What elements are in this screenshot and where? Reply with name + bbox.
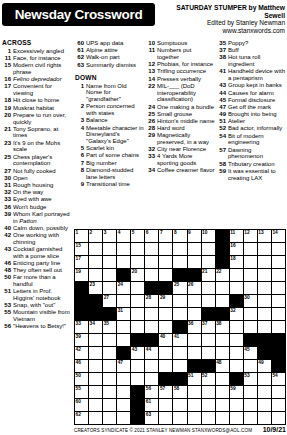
grid-cell[interactable] bbox=[216, 412, 229, 424]
clue: 48They often sell out bbox=[2, 267, 72, 274]
grid-cell[interactable]: 47 bbox=[117, 360, 130, 372]
grid-cell[interactable] bbox=[103, 360, 116, 372]
grid-cell[interactable] bbox=[117, 321, 130, 333]
grid-cell[interactable] bbox=[216, 373, 229, 385]
grid-cell[interactable] bbox=[173, 256, 186, 268]
cell-number: 44 bbox=[146, 347, 151, 352]
clue-number: 42 bbox=[2, 232, 13, 246]
clue: 31Rough housing bbox=[2, 182, 72, 189]
black-cell bbox=[230, 295, 243, 307]
grid-cell[interactable]: 60 bbox=[75, 399, 88, 411]
grid-cell[interactable]: 17 bbox=[75, 256, 88, 268]
grid-cell[interactable] bbox=[117, 256, 130, 268]
grid-cell[interactable] bbox=[131, 243, 144, 255]
grid-cell[interactable]: 27 bbox=[103, 295, 116, 307]
grid-cell[interactable] bbox=[244, 412, 257, 424]
clue: 26Hinton's middle name bbox=[146, 118, 215, 125]
cell-number: 35 bbox=[104, 321, 109, 326]
cell-number: 50 bbox=[76, 373, 81, 378]
clue-number: 53 bbox=[2, 302, 13, 309]
black-cell bbox=[216, 230, 229, 242]
clue: 18Hit close to home bbox=[2, 97, 72, 104]
grid-cell[interactable] bbox=[258, 386, 271, 398]
editor-line: Edited by Stanley Newman bbox=[156, 19, 285, 27]
grid-cell[interactable]: 6 bbox=[145, 230, 158, 242]
grid-cell[interactable] bbox=[117, 373, 130, 385]
grid-cell[interactable] bbox=[103, 282, 116, 294]
grid-cell[interactable]: 3 bbox=[103, 230, 116, 242]
clue-text: Snap, with "out" bbox=[13, 302, 72, 309]
clue: 23It's 9 on the Mohs scale bbox=[2, 140, 72, 154]
grid-cell[interactable]: 49 bbox=[258, 360, 271, 372]
grid-cell[interactable] bbox=[272, 399, 285, 411]
clue: 49Brought into being bbox=[217, 111, 287, 118]
grid-cell[interactable] bbox=[89, 269, 102, 281]
grid-cell[interactable] bbox=[159, 360, 172, 372]
grid-cell[interactable] bbox=[173, 360, 186, 372]
grid-cell[interactable] bbox=[103, 399, 116, 411]
cell-number: 31 bbox=[118, 308, 123, 313]
grid-cell[interactable]: 16 bbox=[230, 243, 243, 255]
grid-cell[interactable] bbox=[272, 386, 285, 398]
grid-cell[interactable] bbox=[258, 321, 271, 333]
grid-cell[interactable] bbox=[103, 256, 116, 268]
clue-number: 54 bbox=[217, 133, 228, 147]
clue: 45Formal disclosure bbox=[217, 97, 287, 104]
clue: 36Won't budge bbox=[2, 204, 72, 211]
grid-cell[interactable] bbox=[145, 269, 158, 281]
grid-cell[interactable] bbox=[258, 399, 271, 411]
grid-cell[interactable] bbox=[131, 282, 144, 294]
grid-cell[interactable] bbox=[272, 243, 285, 255]
clue-number: 43 bbox=[217, 82, 228, 89]
grid-cell[interactable] bbox=[216, 386, 229, 398]
grid-cell[interactable] bbox=[258, 373, 271, 385]
clue: 25Chess player's contemplation bbox=[2, 154, 72, 168]
grid-cell[interactable] bbox=[131, 360, 144, 372]
clue-number: 16 bbox=[2, 76, 13, 83]
clue-text: Big number bbox=[86, 160, 144, 167]
grid-cell[interactable]: 33 bbox=[75, 321, 88, 333]
grid-cell[interactable] bbox=[173, 347, 186, 359]
grid-cell[interactable]: 51 bbox=[188, 373, 201, 385]
grid-cell[interactable] bbox=[272, 412, 285, 424]
grid-cell[interactable] bbox=[258, 412, 271, 424]
black-cell bbox=[145, 334, 158, 346]
clue: 2Person concerned with states bbox=[75, 103, 144, 117]
grid-cell[interactable] bbox=[103, 243, 116, 255]
grid-cell[interactable] bbox=[202, 243, 215, 255]
grid-cell[interactable] bbox=[258, 243, 271, 255]
grid-cell[interactable]: 44 bbox=[145, 347, 158, 359]
grid-cell[interactable]: 50 bbox=[75, 373, 88, 385]
cell-number: 34 bbox=[90, 321, 95, 326]
clue: 12Phobias, for instance bbox=[146, 61, 215, 68]
clue-number: 38 bbox=[217, 54, 228, 68]
website-url: www.stanxwords.com bbox=[156, 27, 285, 35]
cell-number: 58 bbox=[174, 386, 179, 391]
grid-cell[interactable]: 25 bbox=[173, 282, 186, 294]
clue-text: Modern civil rights phrase bbox=[13, 62, 72, 76]
clue-number: 44 bbox=[217, 90, 228, 97]
grid-cell[interactable]: 21 bbox=[202, 269, 215, 281]
grid-cell[interactable] bbox=[230, 334, 243, 346]
grid-cell[interactable] bbox=[188, 256, 201, 268]
grid-cell[interactable] bbox=[103, 347, 116, 359]
grid-cell[interactable]: 46 bbox=[75, 360, 88, 372]
grid-cell[interactable] bbox=[103, 373, 116, 385]
grid-cell[interactable]: 59 bbox=[230, 386, 243, 398]
grid-cell[interactable] bbox=[159, 321, 172, 333]
clue-number: 29 bbox=[146, 132, 157, 146]
grid-cell[interactable] bbox=[103, 412, 116, 424]
grid-cell[interactable] bbox=[117, 334, 130, 346]
grid-cell[interactable] bbox=[216, 347, 229, 359]
grid-cell[interactable]: 38 bbox=[216, 321, 229, 333]
clue-number: 36 bbox=[2, 204, 13, 211]
clue: 50Far more than a handful bbox=[2, 274, 72, 288]
grid-cell[interactable] bbox=[202, 412, 215, 424]
clue-text: Magnetically preserved, in a way bbox=[157, 132, 215, 146]
grid-cell[interactable] bbox=[272, 308, 285, 320]
clue-text: Excessively angled bbox=[13, 48, 72, 55]
grid-cell[interactable] bbox=[188, 412, 201, 424]
grid-cell[interactable] bbox=[173, 243, 186, 255]
grid-cell[interactable] bbox=[216, 282, 229, 294]
grid-cell[interactable] bbox=[258, 282, 271, 294]
grid-cell[interactable]: 53 bbox=[244, 373, 257, 385]
cell-number: 43 bbox=[132, 347, 137, 352]
grid-cell[interactable]: 31 bbox=[117, 308, 130, 320]
clue-number: 49 bbox=[217, 111, 228, 118]
grid-cell[interactable]: 61 bbox=[145, 399, 158, 411]
clue: 33Eyed with awe bbox=[2, 196, 72, 203]
grid-cell[interactable] bbox=[202, 282, 215, 294]
clue-number: 11 bbox=[146, 47, 157, 61]
grid-cell[interactable] bbox=[202, 347, 215, 359]
cell-number: 52 bbox=[202, 373, 207, 378]
clue: 55Mountain visible from Vietnam bbox=[2, 309, 72, 323]
clue-text: City near Florence bbox=[157, 146, 215, 153]
grid-cell[interactable] bbox=[159, 308, 172, 320]
grid-cell[interactable] bbox=[89, 334, 102, 346]
black-cell bbox=[145, 282, 158, 294]
grid-cell[interactable] bbox=[145, 360, 158, 372]
cell-number: 11 bbox=[230, 230, 235, 235]
grid-cell[interactable] bbox=[117, 295, 130, 307]
grid-cell[interactable]: 39 bbox=[75, 334, 88, 346]
grid-cell[interactable] bbox=[131, 373, 144, 385]
grid-cell[interactable] bbox=[230, 269, 243, 281]
grid-cell[interactable]: 62 bbox=[75, 412, 88, 424]
clue-text: Walk-on part bbox=[86, 54, 144, 61]
grid-cell[interactable]: 56 bbox=[145, 386, 158, 398]
clue-number: 51 bbox=[2, 288, 13, 302]
grid-cell[interactable] bbox=[216, 295, 229, 307]
grid-cell[interactable] bbox=[202, 399, 215, 411]
grid-cell[interactable]: 55 bbox=[75, 386, 88, 398]
grid-cell[interactable] bbox=[117, 412, 130, 424]
grid-cell[interactable] bbox=[103, 386, 116, 398]
clue-number: 55 bbox=[2, 309, 13, 323]
grid-cell[interactable] bbox=[145, 321, 158, 333]
clue: 59It was essential to creating LAX bbox=[217, 168, 287, 182]
clue: 61Alpine attire bbox=[75, 47, 144, 54]
grid-cell[interactable] bbox=[272, 282, 285, 294]
cell-number: 53 bbox=[244, 373, 249, 378]
cell-number: 1 bbox=[76, 230, 79, 235]
grid-cell[interactable]: 58 bbox=[173, 386, 186, 398]
grid-cell[interactable] bbox=[188, 347, 201, 359]
grid-cell[interactable] bbox=[188, 295, 201, 307]
grid-cell[interactable] bbox=[131, 321, 144, 333]
grid-cell[interactable]: 32 bbox=[230, 308, 243, 320]
clue-text: "Heavens to Betsy!" bbox=[13, 323, 72, 330]
grid-cell[interactable] bbox=[173, 308, 186, 320]
cell-number: 14 bbox=[272, 230, 277, 235]
black-cell bbox=[159, 373, 172, 385]
clue-text: Dawning phenomenon bbox=[228, 147, 287, 161]
black-cell bbox=[258, 334, 271, 346]
grid-cell[interactable] bbox=[89, 256, 102, 268]
grid-cell[interactable] bbox=[188, 399, 201, 411]
grid-cell[interactable]: 63 bbox=[145, 412, 158, 424]
cell-number: 60 bbox=[76, 399, 81, 404]
clue: 17Convenient for viewing bbox=[2, 83, 72, 97]
grid-cell[interactable] bbox=[216, 399, 229, 411]
clue-number: 4 bbox=[75, 125, 86, 145]
grid-cell[interactable] bbox=[159, 243, 172, 255]
grid-cell[interactable] bbox=[272, 269, 285, 281]
grid-cell[interactable] bbox=[188, 308, 201, 320]
grid-cell[interactable] bbox=[244, 243, 257, 255]
grid-cell[interactable] bbox=[244, 399, 257, 411]
grid-cell[interactable]: 12 bbox=[244, 230, 257, 242]
grid-cell[interactable] bbox=[145, 243, 158, 255]
grid-cell[interactable] bbox=[188, 243, 201, 255]
clue-text: Mountain visible from Vietnam bbox=[13, 309, 72, 323]
clue-text: Buff bbox=[228, 47, 287, 54]
grid-cell[interactable] bbox=[159, 399, 172, 411]
grid-cell[interactable]: 20 bbox=[131, 269, 144, 281]
grid-cell[interactable] bbox=[173, 399, 186, 411]
grid-cell[interactable] bbox=[244, 282, 257, 294]
grid-cell[interactable] bbox=[244, 256, 257, 268]
clue: 7Big number bbox=[75, 160, 144, 167]
grid-cell[interactable] bbox=[272, 295, 285, 307]
grid-cell[interactable]: 22 bbox=[216, 269, 229, 281]
grid-cell[interactable]: 42 bbox=[75, 347, 88, 359]
grid-cell[interactable] bbox=[272, 321, 285, 333]
grid-cell[interactable] bbox=[230, 347, 243, 359]
grid-cell[interactable] bbox=[89, 243, 102, 255]
grid-cell[interactable]: 29 bbox=[159, 295, 172, 307]
grid-cell[interactable] bbox=[216, 334, 229, 346]
grid-cell[interactable] bbox=[173, 412, 186, 424]
clue-number: 52 bbox=[217, 125, 228, 132]
clue-number: 10 bbox=[146, 40, 157, 47]
clue-text: Diamond-studded lane letters bbox=[86, 167, 144, 181]
grid-cell[interactable]: 35 bbox=[103, 321, 116, 333]
grid-cell[interactable] bbox=[188, 334, 201, 346]
cell-number: 61 bbox=[146, 399, 151, 404]
clue-number: 12 bbox=[146, 61, 157, 68]
grid-cell[interactable]: 13 bbox=[258, 230, 271, 242]
grid-cell[interactable]: 52 bbox=[202, 373, 215, 385]
cell-number: 30 bbox=[244, 295, 249, 300]
grid-cell[interactable] bbox=[131, 295, 144, 307]
clue-number: 2 bbox=[75, 103, 86, 117]
cell-number: 63 bbox=[146, 412, 151, 417]
grid-cell[interactable] bbox=[244, 360, 257, 372]
cell-number: 62 bbox=[76, 412, 81, 417]
grid-cell[interactable] bbox=[89, 373, 102, 385]
clue-number: 56 bbox=[2, 323, 13, 330]
grid-cell[interactable]: 11 bbox=[230, 230, 243, 242]
grid-cell[interactable] bbox=[159, 256, 172, 268]
grid-cell[interactable] bbox=[145, 373, 158, 385]
grid-cell[interactable]: 54 bbox=[272, 373, 285, 385]
grid-cell[interactable]: 43 bbox=[131, 347, 144, 359]
cell-number: 4 bbox=[118, 230, 121, 235]
clue-number: 63 bbox=[75, 62, 86, 69]
grid-cell[interactable] bbox=[258, 295, 271, 307]
grid-cell[interactable] bbox=[188, 386, 201, 398]
clue-number: 31 bbox=[2, 182, 13, 189]
grid-cell[interactable] bbox=[159, 412, 172, 424]
grid-cell[interactable]: 45 bbox=[244, 347, 257, 359]
black-cell bbox=[131, 412, 144, 424]
grid-cell[interactable]: 14 bbox=[272, 230, 285, 242]
grid-cell[interactable] bbox=[202, 295, 215, 307]
grid-cell[interactable]: 18 bbox=[230, 256, 243, 268]
clue-number: 35 bbox=[217, 40, 228, 47]
clue: 25Small grouse bbox=[146, 111, 215, 118]
grid-cell[interactable] bbox=[131, 256, 144, 268]
cell-number: 2 bbox=[90, 230, 93, 235]
grid-cell[interactable] bbox=[117, 243, 130, 255]
grid-cell[interactable] bbox=[244, 269, 257, 281]
grid-cell[interactable]: 26 bbox=[188, 282, 201, 294]
clue-number: 58 bbox=[217, 161, 228, 168]
cell-number: 25 bbox=[174, 282, 179, 287]
clue: 29Magnetically preserved, in a way bbox=[146, 132, 215, 146]
grid-cell[interactable] bbox=[89, 399, 102, 411]
grid-cell[interactable] bbox=[202, 386, 215, 398]
grid-cell[interactable]: 7 bbox=[159, 230, 172, 242]
clue-text: Scarlet kin bbox=[86, 145, 144, 152]
grid-cell[interactable] bbox=[117, 386, 130, 398]
grid-cell[interactable]: 30 bbox=[244, 295, 257, 307]
grid-cell[interactable] bbox=[89, 412, 102, 424]
grid-cell[interactable]: 36 bbox=[188, 321, 201, 333]
grid-cell[interactable]: 48 bbox=[216, 360, 229, 372]
clue-text: Phobias, for instance bbox=[157, 61, 215, 68]
grid-cell[interactable]: 4 bbox=[117, 230, 130, 242]
clue-text: Handheld device with a pentaprism bbox=[228, 68, 287, 82]
clue: 1Excessively angled bbox=[2, 48, 72, 55]
grid-cell[interactable]: 40 bbox=[159, 334, 172, 346]
clue-number: 3 bbox=[75, 117, 86, 124]
grid-cell[interactable] bbox=[230, 412, 243, 424]
cell-number: 49 bbox=[258, 360, 263, 365]
clue-number: 47 bbox=[217, 104, 228, 111]
grid-cell[interactable]: 9 bbox=[188, 230, 201, 242]
grid-cell[interactable]: 23 bbox=[89, 282, 102, 294]
grid-cell[interactable]: 19 bbox=[75, 269, 88, 281]
grid-cell[interactable] bbox=[202, 334, 215, 346]
grid-cell[interactable] bbox=[258, 256, 271, 268]
black-cell bbox=[117, 269, 130, 281]
grid-cell[interactable]: 10 bbox=[202, 230, 215, 242]
black-cell bbox=[202, 308, 215, 320]
grid-cell[interactable] bbox=[230, 399, 243, 411]
clue-text: Far more than a handful bbox=[13, 274, 72, 288]
grid-cell[interactable]: 15 bbox=[75, 243, 88, 255]
grid-cell[interactable] bbox=[258, 269, 271, 281]
clue: 51Letters in Prof. Higgins' notebook bbox=[2, 288, 72, 302]
grid-cell[interactable] bbox=[89, 347, 102, 359]
grid-cell[interactable] bbox=[145, 308, 158, 320]
clue: 43Cocktail garnished with a pome slice bbox=[2, 246, 72, 260]
grid-cell[interactable]: 5 bbox=[131, 230, 144, 242]
cell-number: 54 bbox=[272, 373, 277, 378]
grid-cell[interactable] bbox=[89, 360, 102, 372]
grid-cell[interactable]: 28 bbox=[145, 295, 158, 307]
grid-cell[interactable] bbox=[131, 308, 144, 320]
clue-number: 40 bbox=[2, 225, 13, 232]
grid-cell[interactable] bbox=[159, 347, 172, 359]
clue: 334 Yards More sporting goods bbox=[146, 153, 215, 167]
grid-cell[interactable] bbox=[244, 308, 257, 320]
clue-number: 15 bbox=[2, 62, 13, 76]
grid-cell[interactable]: 24 bbox=[117, 282, 130, 294]
grid-cell[interactable] bbox=[103, 334, 116, 346]
grid-cell[interactable] bbox=[244, 386, 257, 398]
grid-cell[interactable] bbox=[103, 269, 116, 281]
grid-cell[interactable]: 8 bbox=[173, 230, 186, 242]
clue-text: Bad actor, informally bbox=[228, 125, 287, 132]
grid-cell[interactable]: 57 bbox=[159, 386, 172, 398]
grid-cell[interactable] bbox=[173, 295, 186, 307]
grid-cell[interactable]: 34 bbox=[89, 321, 102, 333]
grid-cell[interactable]: 37 bbox=[202, 321, 215, 333]
grid-cell[interactable] bbox=[89, 386, 102, 398]
grid-cell[interactable]: 41 bbox=[173, 334, 186, 346]
grid-cell[interactable] bbox=[145, 256, 158, 268]
clue-number: 23 bbox=[2, 140, 13, 154]
clue-text: Get off the mark bbox=[228, 104, 287, 111]
grid-cell[interactable] bbox=[117, 399, 130, 411]
grid-cell[interactable] bbox=[272, 256, 285, 268]
grid-cell[interactable] bbox=[230, 282, 243, 294]
grid-cell[interactable] bbox=[230, 321, 243, 333]
grid-cell[interactable] bbox=[159, 269, 172, 281]
section-header: ACROSS bbox=[2, 40, 72, 47]
black-cell bbox=[272, 334, 285, 346]
cell-number: 59 bbox=[230, 386, 235, 391]
grid-cell[interactable]: 1 bbox=[75, 230, 88, 242]
grid-cell[interactable] bbox=[202, 256, 215, 268]
grid-cell[interactable]: 2 bbox=[89, 230, 102, 242]
grid-cell[interactable] bbox=[258, 308, 271, 320]
clue: 47Get off the mark bbox=[217, 104, 287, 111]
cell-number: 56 bbox=[146, 386, 151, 391]
cell-number: 16 bbox=[230, 243, 235, 248]
grid-cell[interactable] bbox=[230, 360, 243, 372]
grid-cell[interactable] bbox=[244, 321, 257, 333]
cell-number: 40 bbox=[160, 334, 165, 339]
